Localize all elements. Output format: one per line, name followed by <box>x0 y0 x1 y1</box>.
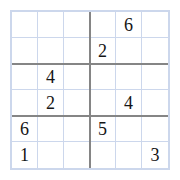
cell-r3c4[interactable] <box>90 64 116 90</box>
cell-r5c3[interactable] <box>64 116 90 142</box>
cell-r6c3[interactable] <box>64 142 90 168</box>
sudoku-page: 624246513 <box>0 0 180 180</box>
cell-r1c3[interactable] <box>64 12 90 38</box>
cell-r6c1[interactable]: 1 <box>12 142 38 168</box>
cell-r6c2[interactable] <box>38 142 64 168</box>
box-divider-vertical <box>89 12 91 168</box>
cell-r3c2[interactable]: 4 <box>38 64 64 90</box>
cell-r3c5[interactable] <box>116 64 142 90</box>
cell-r4c1[interactable] <box>12 90 38 116</box>
cell-r2c5[interactable] <box>116 38 142 64</box>
cell-r3c1[interactable] <box>12 64 38 90</box>
cell-r2c2[interactable] <box>38 38 64 64</box>
cell-r4c5[interactable]: 4 <box>116 90 142 116</box>
cell-r5c4[interactable]: 5 <box>90 116 116 142</box>
cell-r2c4[interactable]: 2 <box>90 38 116 64</box>
cell-r3c3[interactable] <box>64 64 90 90</box>
cell-r3c6[interactable] <box>142 64 168 90</box>
cell-r6c6[interactable]: 3 <box>142 142 168 168</box>
cell-r5c6[interactable] <box>142 116 168 142</box>
cell-r1c2[interactable] <box>38 12 64 38</box>
cell-r6c5[interactable] <box>116 142 142 168</box>
cell-r1c4[interactable] <box>90 12 116 38</box>
cell-r2c3[interactable] <box>64 38 90 64</box>
cell-r6c4[interactable] <box>90 142 116 168</box>
cell-r4c3[interactable] <box>64 90 90 116</box>
cell-r5c5[interactable] <box>116 116 142 142</box>
cell-r5c2[interactable] <box>38 116 64 142</box>
sudoku-board: 624246513 <box>10 10 170 170</box>
cell-r4c2[interactable]: 2 <box>38 90 64 116</box>
cell-r4c4[interactable] <box>90 90 116 116</box>
cell-r5c1[interactable]: 6 <box>12 116 38 142</box>
cell-r2c6[interactable] <box>142 38 168 64</box>
cell-r1c6[interactable] <box>142 12 168 38</box>
cell-r2c1[interactable] <box>12 38 38 64</box>
cell-r1c5[interactable]: 6 <box>116 12 142 38</box>
cell-r4c6[interactable] <box>142 90 168 116</box>
cell-r1c1[interactable] <box>12 12 38 38</box>
